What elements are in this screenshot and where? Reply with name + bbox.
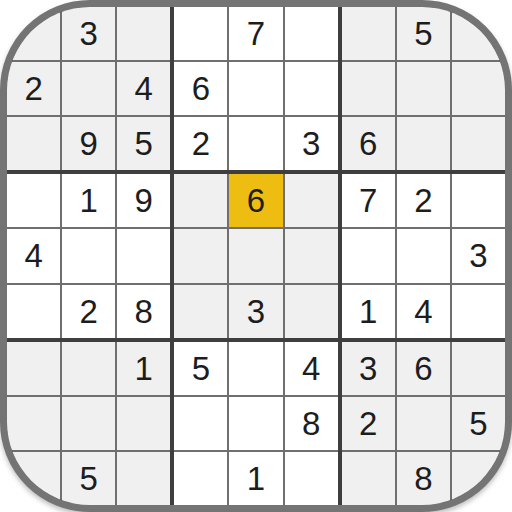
cell-r4c2[interactable]: 1: [62, 174, 115, 227]
cell-r2c1[interactable]: 2: [7, 62, 60, 115]
cell-r3c1[interactable]: [7, 117, 60, 170]
cell-r2c6[interactable]: [285, 62, 338, 115]
cell-r8c9[interactable]: 5: [452, 397, 505, 450]
cell-r4c1[interactable]: [7, 174, 60, 227]
cell-r7c7[interactable]: 3: [342, 342, 395, 395]
cell-r6c9[interactable]: [452, 285, 505, 338]
cell-r6c6[interactable]: [285, 285, 338, 338]
cell-r4c7[interactable]: 7: [342, 174, 395, 227]
sudoku-board: 3249576235619428637231415548136258: [0, 0, 512, 512]
cell-r6c1[interactable]: [7, 285, 60, 338]
cell-r4c4[interactable]: [174, 174, 227, 227]
box-2-1: 19428: [7, 174, 170, 337]
cell-r6c5[interactable]: 3: [229, 285, 282, 338]
cell-r1c7[interactable]: [342, 7, 395, 60]
cell-r7c6[interactable]: 4: [285, 342, 338, 395]
cell-r2c2[interactable]: [62, 62, 115, 115]
box-3-1: 15: [7, 342, 170, 505]
cell-r4c3[interactable]: 9: [117, 174, 170, 227]
cell-r5c7[interactable]: [342, 229, 395, 282]
cell-r9c4[interactable]: [174, 452, 227, 505]
cell-r8c8[interactable]: [397, 397, 450, 450]
cell-r3c9[interactable]: [452, 117, 505, 170]
cell-r5c2[interactable]: [62, 229, 115, 282]
cell-r1c3[interactable]: [117, 7, 170, 60]
box-1-3: 56: [342, 7, 505, 170]
cell-r8c7[interactable]: 2: [342, 397, 395, 450]
box-2-2: 63: [174, 174, 337, 337]
cell-r2c7[interactable]: [342, 62, 395, 115]
cell-r3c2[interactable]: 9: [62, 117, 115, 170]
cell-r2c3[interactable]: 4: [117, 62, 170, 115]
cell-r3c3[interactable]: 5: [117, 117, 170, 170]
app-icon-canvas: 3249576235619428637231415548136258: [0, 0, 512, 512]
cell-r2c4[interactable]: 6: [174, 62, 227, 115]
cell-r2c5[interactable]: [229, 62, 282, 115]
cell-r9c9[interactable]: [452, 452, 505, 505]
cell-r9c3[interactable]: [117, 452, 170, 505]
cell-r9c8[interactable]: 8: [397, 452, 450, 505]
cell-r2c9[interactable]: [452, 62, 505, 115]
cell-r1c6[interactable]: [285, 7, 338, 60]
cell-r9c1[interactable]: [7, 452, 60, 505]
cell-r3c6[interactable]: 3: [285, 117, 338, 170]
cell-r8c6[interactable]: 8: [285, 397, 338, 450]
cell-r5c3[interactable]: [117, 229, 170, 282]
cell-r9c2[interactable]: 5: [62, 452, 115, 505]
cell-r3c5[interactable]: [229, 117, 282, 170]
cell-r9c7[interactable]: [342, 452, 395, 505]
cell-r3c4[interactable]: 2: [174, 117, 227, 170]
cell-r7c1[interactable]: [7, 342, 60, 395]
cell-r3c7[interactable]: 6: [342, 117, 395, 170]
cell-r9c6[interactable]: [285, 452, 338, 505]
cell-r4c9[interactable]: [452, 174, 505, 227]
cell-r7c9[interactable]: [452, 342, 505, 395]
cell-r8c4[interactable]: [174, 397, 227, 450]
cell-r6c3[interactable]: 8: [117, 285, 170, 338]
cell-r1c5[interactable]: 7: [229, 7, 282, 60]
cell-r5c1[interactable]: 4: [7, 229, 60, 282]
cell-r5c8[interactable]: [397, 229, 450, 282]
cell-r7c3[interactable]: 1: [117, 342, 170, 395]
cell-r3c8[interactable]: [397, 117, 450, 170]
cell-r8c3[interactable]: [117, 397, 170, 450]
cell-r8c2[interactable]: [62, 397, 115, 450]
cell-r5c9[interactable]: 3: [452, 229, 505, 282]
cell-r1c1[interactable]: [7, 7, 60, 60]
cell-r5c5[interactable]: [229, 229, 282, 282]
cell-r6c2[interactable]: 2: [62, 285, 115, 338]
cell-r7c2[interactable]: [62, 342, 115, 395]
cell-r5c6[interactable]: [285, 229, 338, 282]
cell-r4c8[interactable]: 2: [397, 174, 450, 227]
cell-r7c8[interactable]: 6: [397, 342, 450, 395]
cell-r1c4[interactable]: [174, 7, 227, 60]
cell-r6c7[interactable]: 1: [342, 285, 395, 338]
cell-r7c4[interactable]: 5: [174, 342, 227, 395]
cell-r1c2[interactable]: 3: [62, 7, 115, 60]
cell-r5c4[interactable]: [174, 229, 227, 282]
cell-r1c9[interactable]: [452, 7, 505, 60]
box-2-3: 72314: [342, 174, 505, 337]
selected-cell-r4c5[interactable]: 6: [229, 174, 282, 227]
box-3-2: 5481: [174, 342, 337, 505]
box-3-3: 36258: [342, 342, 505, 505]
box-1-1: 32495: [7, 7, 170, 170]
cell-r6c8[interactable]: 4: [397, 285, 450, 338]
box-1-2: 7623: [174, 7, 337, 170]
cell-r2c8[interactable]: [397, 62, 450, 115]
cell-r8c1[interactable]: [7, 397, 60, 450]
cell-r8c5[interactable]: [229, 397, 282, 450]
cell-r1c8[interactable]: 5: [397, 7, 450, 60]
cell-r9c5[interactable]: 1: [229, 452, 282, 505]
cell-r6c4[interactable]: [174, 285, 227, 338]
cell-r4c6[interactable]: [285, 174, 338, 227]
cell-r7c5[interactable]: [229, 342, 282, 395]
